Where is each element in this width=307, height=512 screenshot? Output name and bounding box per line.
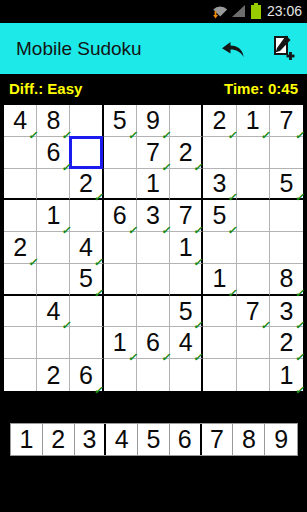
cell-digit: 1 xyxy=(146,169,160,198)
sudoku-cell-r2c4[interactable] xyxy=(104,137,137,169)
sudoku-cell-r1c3[interactable] xyxy=(70,105,103,137)
numpad-button-6[interactable]: 6 xyxy=(170,424,202,455)
numpad-button-7[interactable]: 7 xyxy=(202,424,234,455)
check-icon: ✓ xyxy=(295,320,304,331)
sudoku-cell-r8c3[interactable] xyxy=(70,327,103,359)
sudoku-cell-r7c2[interactable]: 4✓ xyxy=(37,296,70,328)
cell-digit: 2 xyxy=(46,361,60,390)
cell-digit: 1 xyxy=(212,264,226,293)
sudoku-cell-r9c3[interactable]: 6✓ xyxy=(70,359,103,391)
cell-digit: 3 xyxy=(212,169,226,198)
cell-digit: 1 xyxy=(113,328,127,357)
sudoku-cell-r2c6[interactable]: 2✓ xyxy=(170,137,203,169)
check-icon: ✓ xyxy=(93,257,102,268)
numpad-button-9[interactable]: 9 xyxy=(265,424,297,455)
check-icon: ✓ xyxy=(61,130,70,141)
sudoku-cell-r3c7[interactable]: 3✓ xyxy=(203,169,236,201)
sudoku-cell-r3c1[interactable] xyxy=(4,169,37,201)
check-icon: ✓ xyxy=(128,130,137,141)
cell-digit: 5 xyxy=(279,169,293,198)
sudoku-cell-r5c7[interactable] xyxy=(203,232,236,264)
cell-digit: 7 xyxy=(246,297,260,326)
sudoku-cell-r6c8[interactable] xyxy=(237,264,270,296)
sudoku-cell-r4c4[interactable]: 6✓ xyxy=(104,200,137,232)
sudoku-cell-r3c5[interactable]: 1 xyxy=(137,169,170,201)
sudoku-cell-r9c5[interactable] xyxy=(137,359,170,391)
check-icon: ✓ xyxy=(161,162,170,173)
sudoku-cell-r2c9[interactable] xyxy=(270,137,303,169)
check-icon: ✓ xyxy=(227,130,236,141)
cell-digit: 5 xyxy=(212,201,226,230)
check-icon: ✓ xyxy=(295,130,304,141)
sudoku-cell-r1c2[interactable]: 8✓ xyxy=(37,105,70,137)
sudoku-cell-r5c2[interactable] xyxy=(37,232,70,264)
add-note-icon xyxy=(271,35,295,62)
sudoku-cell-r6c2[interactable] xyxy=(37,264,70,296)
cell-digit: 4 xyxy=(13,106,27,135)
sudoku-cell-r9c4[interactable] xyxy=(104,359,137,391)
sudoku-cell-r6c3[interactable]: 5✓ xyxy=(70,264,103,296)
difficulty-label: Diff.: Easy xyxy=(9,80,82,97)
check-icon: ✓ xyxy=(61,162,70,173)
sudoku-cell-r9c1[interactable] xyxy=(4,359,37,391)
sudoku-cell-r7c9[interactable]: 3✓ xyxy=(270,296,303,328)
sudoku-cell-r6c5[interactable] xyxy=(137,264,170,296)
sudoku-cell-r5c1[interactable]: 2✓ xyxy=(4,232,37,264)
sudoku-cell-r1c6[interactable] xyxy=(170,105,203,137)
sudoku-cell-r2c8[interactable] xyxy=(237,137,270,169)
sudoku-cell-r4c9[interactable] xyxy=(270,200,303,232)
cell-digit: 3 xyxy=(279,297,293,326)
sudoku-cell-r8c5[interactable]: 6✓ xyxy=(137,327,170,359)
sudoku-cell-r2c7[interactable] xyxy=(203,137,236,169)
app-screen: 23:06 Mobile Sudoku Diff.: Easy Time: 0 xyxy=(0,0,307,512)
check-icon: ✓ xyxy=(295,385,304,396)
battery-icon xyxy=(251,5,261,19)
sudoku-cell-r1c7[interactable]: 2✓ xyxy=(203,105,236,137)
sudoku-cell-r1c9[interactable]: 7✓ xyxy=(270,105,303,137)
sudoku-cell-r7c6[interactable]: 5✓ xyxy=(170,296,203,328)
sudoku-cell-r8c6[interactable]: 4✓ xyxy=(170,327,203,359)
cell-digit: 1 xyxy=(246,106,260,135)
sudoku-cell-r5c9[interactable] xyxy=(270,232,303,264)
sudoku-cell-r6c9[interactable]: 8✓ xyxy=(270,264,303,296)
sudoku-cell-r8c2[interactable] xyxy=(37,327,70,359)
sudoku-cell-r8c7[interactable] xyxy=(203,327,236,359)
cell-digit: 2 xyxy=(79,169,93,198)
signal-strength-icon xyxy=(232,5,245,17)
check-icon: ✓ xyxy=(193,162,202,173)
check-icon: ✓ xyxy=(261,130,270,141)
check-icon: ✓ xyxy=(93,192,102,203)
sudoku-cell-r3c6[interactable] xyxy=(170,169,203,201)
cell-digit: 2 xyxy=(279,328,293,357)
sudoku-cell-r9c9[interactable]: 1✓ xyxy=(270,359,303,391)
check-icon: ✓ xyxy=(193,320,202,331)
sudoku-cell-r3c2[interactable] xyxy=(37,169,70,201)
check-icon: ✓ xyxy=(93,288,102,299)
number-pad: 123456789 xyxy=(10,423,298,456)
sudoku-cell-r4c2[interactable]: 1✓ xyxy=(37,200,70,232)
check-icon: ✓ xyxy=(161,225,170,236)
numpad-button-8[interactable]: 8 xyxy=(233,424,265,455)
cell-digit: 1 xyxy=(279,361,293,390)
check-icon: ✓ xyxy=(28,130,37,141)
cell-digit: 9 xyxy=(146,106,160,135)
cell-digit: 4 xyxy=(179,328,193,357)
add-note-button[interactable] xyxy=(271,35,295,62)
sudoku-cell-r2c1[interactable] xyxy=(4,137,37,169)
sudoku-cell-r8c9[interactable]: 2✓ xyxy=(270,327,303,359)
sudoku-cell-r1c5[interactable]: 9✓ xyxy=(137,105,170,137)
cell-digit: 5 xyxy=(113,106,127,135)
cell-digit: 8 xyxy=(46,106,60,135)
sudoku-cell-r5c5[interactable] xyxy=(137,232,170,264)
sudoku-cell-r3c3[interactable]: 2✓ xyxy=(70,169,103,201)
sudoku-cell-r4c6[interactable]: 7✓ xyxy=(170,200,203,232)
check-icon: ✓ xyxy=(193,225,202,236)
sudoku-cell-r2c3[interactable] xyxy=(70,137,103,169)
sudoku-cell-r9c8[interactable] xyxy=(237,359,270,391)
sudoku-cell-r8c1[interactable] xyxy=(4,327,37,359)
sudoku-cell-r6c6[interactable] xyxy=(170,264,203,296)
sudoku-cell-r7c8[interactable]: 7✓ xyxy=(237,296,270,328)
check-icon: ✓ xyxy=(93,385,102,396)
timer-label: Time: 0:45 xyxy=(224,80,298,97)
sudoku-cell-r2c2[interactable]: 6✓ xyxy=(37,137,70,169)
cell-digit: 6 xyxy=(79,361,93,390)
sudoku-cell-r8c8[interactable] xyxy=(237,327,270,359)
sudoku-cell-r6c4[interactable] xyxy=(104,264,137,296)
cell-digit: 8 xyxy=(279,264,293,293)
check-icon: ✓ xyxy=(261,320,270,331)
check-icon: ✓ xyxy=(295,192,304,203)
sudoku-cell-r7c1[interactable] xyxy=(4,296,37,328)
status-time: 23:06 xyxy=(267,0,302,23)
cell-digit: 2 xyxy=(212,106,226,135)
sudoku-cell-r4c8[interactable] xyxy=(237,200,270,232)
undo-icon xyxy=(220,40,247,58)
cell-digit: 5 xyxy=(179,297,193,326)
cell-digit: 5 xyxy=(79,264,93,293)
status-bar: 23:06 xyxy=(0,0,307,23)
sudoku-cell-r9c7[interactable] xyxy=(203,359,236,391)
sudoku-cell-r5c6[interactable]: 1✓ xyxy=(170,232,203,264)
cell-digit: 3 xyxy=(146,201,160,230)
cell-digit: 7 xyxy=(146,138,160,167)
check-icon: ✓ xyxy=(61,225,70,236)
sudoku-cell-r4c1[interactable] xyxy=(4,200,37,232)
sudoku-cell-r3c4[interactable] xyxy=(104,169,137,201)
check-icon: ✓ xyxy=(227,225,236,236)
wifi-download-icon xyxy=(212,4,228,20)
cell-digit: 7 xyxy=(279,106,293,135)
title-bar: Mobile Sudoku xyxy=(0,23,307,74)
cell-digit: 6 xyxy=(146,328,160,357)
sudoku-cell-r5c3[interactable]: 4✓ xyxy=(70,232,103,264)
sudoku-cell-r2c5[interactable]: 7✓ xyxy=(137,137,170,169)
check-icon: ✓ xyxy=(193,257,202,268)
sudoku-cell-r3c8[interactable] xyxy=(237,169,270,201)
cell-digit: 6 xyxy=(46,138,60,167)
check-icon: ✓ xyxy=(61,320,70,331)
check-icon: ✓ xyxy=(161,130,170,141)
sudoku-cell-r7c5[interactable] xyxy=(137,296,170,328)
undo-button[interactable] xyxy=(220,40,247,58)
sudoku-cell-r7c7[interactable] xyxy=(203,296,236,328)
sudoku-cell-r3c9[interactable]: 5✓ xyxy=(270,169,303,201)
sudoku-cell-r5c4[interactable] xyxy=(104,232,137,264)
check-icon: ✓ xyxy=(227,192,236,203)
numpad-button-4[interactable]: 4 xyxy=(106,424,138,455)
cell-digit: 4 xyxy=(46,297,60,326)
cell-digit: 2 xyxy=(179,138,193,167)
numpad-button-1[interactable]: 1 xyxy=(11,424,43,455)
check-icon: ✓ xyxy=(193,352,202,363)
sudoku-cell-r1c8[interactable]: 1✓ xyxy=(237,105,270,137)
check-icon: ✓ xyxy=(295,288,304,299)
cell-digit: 2 xyxy=(13,233,27,262)
check-icon: ✓ xyxy=(227,288,236,299)
sudoku-cell-r4c7[interactable]: 5✓ xyxy=(203,200,236,232)
numpad-button-3[interactable]: 3 xyxy=(75,424,107,455)
check-icon: ✓ xyxy=(295,352,304,363)
sudoku-cell-r4c5[interactable]: 3✓ xyxy=(137,200,170,232)
sudoku-cell-r7c3[interactable] xyxy=(70,296,103,328)
cell-digit: 6 xyxy=(113,201,127,230)
numpad-button-2[interactable]: 2 xyxy=(43,424,75,455)
sudoku-cell-r6c7[interactable]: 1✓ xyxy=(203,264,236,296)
sudoku-cell-r8c4[interactable]: 1✓ xyxy=(104,327,137,359)
sudoku-cell-r5c8[interactable] xyxy=(237,232,270,264)
sudoku-board: 4✓8✓5✓9✓2✓1✓7✓6✓7✓2✓2✓13✓5✓1✓6✓3✓7✓5✓2✓4… xyxy=(2,103,305,393)
check-icon: ✓ xyxy=(28,257,37,268)
check-icon: ✓ xyxy=(128,352,137,363)
check-icon: ✓ xyxy=(161,352,170,363)
sudoku-cell-r9c6[interactable] xyxy=(170,359,203,391)
app-title: Mobile Sudoku xyxy=(16,38,220,60)
sudoku-cell-r9c2[interactable]: 2 xyxy=(37,359,70,391)
sudoku-cell-r4c3[interactable] xyxy=(70,200,103,232)
cell-digit: 7 xyxy=(179,201,193,230)
cell-digit: 1 xyxy=(179,233,193,262)
sudoku-cell-r6c1[interactable] xyxy=(4,264,37,296)
cell-digit: 1 xyxy=(46,201,60,230)
sudoku-cell-r1c1[interactable]: 4✓ xyxy=(4,105,37,137)
info-bar: Diff.: Easy Time: 0:45 xyxy=(0,74,307,103)
sudoku-cell-r7c4[interactable] xyxy=(104,296,137,328)
check-icon: ✓ xyxy=(128,225,137,236)
cell-digit: 4 xyxy=(79,233,93,262)
numpad-button-5[interactable]: 5 xyxy=(138,424,170,455)
sudoku-cell-r1c4[interactable]: 5✓ xyxy=(104,105,137,137)
